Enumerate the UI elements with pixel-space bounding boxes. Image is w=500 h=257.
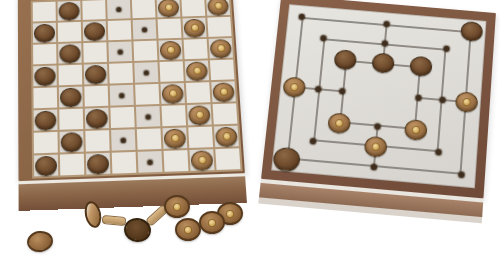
checkers-square-r8c5[interactable] <box>138 151 163 173</box>
checkers-light-peg[interactable] <box>186 61 208 81</box>
peg-pin <box>164 3 172 11</box>
checkers-square-r6c5[interactable] <box>136 106 160 127</box>
checkers-square-r5c5 <box>135 84 159 105</box>
checkers-square-r4c5[interactable] <box>134 62 158 83</box>
peg-hole[interactable] <box>145 114 150 119</box>
peg-hole[interactable] <box>147 159 152 164</box>
checkers-square-r1c4[interactable] <box>107 0 130 19</box>
checkers-square-r4c7[interactable] <box>185 60 209 81</box>
checkers-square-r1c3 <box>82 0 105 20</box>
peg-pin <box>173 203 181 211</box>
checkers-square-r1c7 <box>181 0 205 17</box>
checkers-square-r5c8[interactable] <box>211 81 236 102</box>
checkers-square-r5c3 <box>84 86 108 107</box>
peg-hole[interactable] <box>118 49 123 54</box>
checkers-square-r4c4 <box>109 63 133 84</box>
checkers-square-r2c3[interactable] <box>83 21 107 41</box>
checkers-dark-peg[interactable] <box>59 1 80 20</box>
checkers-square-r8c7[interactable] <box>189 149 214 171</box>
checkers-board <box>18 0 247 211</box>
morris-light-peg-c3[interactable] <box>327 112 351 134</box>
checkers-light-peg[interactable] <box>158 0 180 17</box>
checkers-square-r7c5 <box>137 128 162 149</box>
peg-pin <box>193 67 202 75</box>
checkers-dark-peg[interactable] <box>61 132 83 152</box>
checkers-square-r3c3 <box>83 42 107 62</box>
peg-pin <box>184 226 192 234</box>
morris-point-e4[interactable] <box>415 95 422 101</box>
peg-pin <box>198 156 207 165</box>
checkers-light-peg[interactable] <box>160 40 182 59</box>
checkers-square-r5c6[interactable] <box>161 83 185 104</box>
peg-pin <box>208 219 216 227</box>
checkers-square-r5c1 <box>33 87 57 108</box>
checkers-square-r4c1[interactable] <box>33 66 57 87</box>
checkers-square-r1c1 <box>33 2 56 22</box>
peg-pin <box>290 83 299 92</box>
checkers-square-r2c5[interactable] <box>133 19 157 39</box>
morris-light-peg-d2[interactable] <box>364 136 388 158</box>
morris-point-f2[interactable] <box>435 149 442 156</box>
loose-standing-peg-pinned[interactable] <box>175 218 201 241</box>
checkers-square-r2c1[interactable] <box>33 23 56 43</box>
morris-point-d6[interactable] <box>382 40 388 46</box>
checkers-square-r6c6 <box>162 105 187 126</box>
peg-hole[interactable] <box>116 7 121 12</box>
peg-hole[interactable] <box>119 93 124 98</box>
checkers-dark-peg[interactable] <box>59 44 81 63</box>
peg-pin <box>335 119 344 128</box>
morris-dark-peg-a1[interactable] <box>272 147 301 173</box>
morris-point-g1[interactable] <box>458 172 465 179</box>
peg-pin <box>166 46 174 54</box>
checkers-square-r6c1[interactable] <box>34 110 58 131</box>
morris-surface <box>271 4 486 188</box>
checkers-square-r8c2 <box>60 154 84 176</box>
peg-pin <box>462 98 471 107</box>
checkers-square-r5c2[interactable] <box>59 87 83 108</box>
peg-pin <box>195 111 204 119</box>
checkers-square-r4c6 <box>160 61 184 82</box>
checkers-square-r7c2[interactable] <box>60 131 84 152</box>
checkers-light-peg[interactable] <box>188 105 211 125</box>
checkers-square-r2c2 <box>58 22 81 42</box>
morris-point-b6[interactable] <box>320 35 327 41</box>
peg-pin <box>216 44 225 52</box>
checkers-square-r3c1 <box>33 44 56 64</box>
morris-light-peg-a4[interactable] <box>282 76 306 98</box>
morris-frame <box>261 0 496 198</box>
checkers-dark-peg[interactable] <box>86 108 108 128</box>
checkers-grid <box>31 0 243 179</box>
peg-pin <box>222 132 231 141</box>
morris-dark-peg-e5[interactable] <box>409 56 433 78</box>
checkers-square-r3c8[interactable] <box>209 38 233 58</box>
morris-point-d3[interactable] <box>374 123 381 130</box>
checkers-square-r3c7 <box>184 39 208 59</box>
checkers-square-r7c6[interactable] <box>163 127 188 148</box>
checkers-square-r5c7 <box>186 82 211 103</box>
morris-point-d1[interactable] <box>371 164 378 171</box>
peg-pin <box>412 125 421 134</box>
checkers-light-peg[interactable] <box>190 150 213 171</box>
checkers-square-r8c1[interactable] <box>34 155 58 177</box>
morris-light-peg-g4[interactable] <box>455 91 479 113</box>
checkers-square-r7c8[interactable] <box>214 126 239 147</box>
morris-point-d7[interactable] <box>383 21 389 27</box>
checkers-dark-peg[interactable] <box>34 23 55 42</box>
peg-hole[interactable] <box>121 137 126 142</box>
checkers-square-r3c2[interactable] <box>58 43 82 63</box>
checkers-dark-peg[interactable] <box>35 110 57 130</box>
peg-hole[interactable] <box>144 70 149 75</box>
checkers-light-peg[interactable] <box>164 128 187 148</box>
loose-standing-peg-pinned[interactable] <box>164 195 190 218</box>
checkers-square-r6c8 <box>213 103 238 124</box>
checkers-square-r7c4[interactable] <box>111 129 135 150</box>
loose-peg-stem <box>102 215 127 226</box>
morris-point-b2[interactable] <box>310 138 317 145</box>
checkers-square-r6c7[interactable] <box>187 104 212 125</box>
morris-point-a7[interactable] <box>299 13 306 19</box>
checkers-square-r5c4[interactable] <box>110 85 134 106</box>
checkers-square-r6c4 <box>110 107 134 128</box>
checkers-square-r3c5 <box>133 41 157 61</box>
checkers-square-r2c6 <box>158 19 182 39</box>
morris-point-c4[interactable] <box>339 88 346 94</box>
morris-point-f6[interactable] <box>443 46 449 52</box>
checkers-square-r2c4 <box>108 20 132 40</box>
morris-board <box>258 0 496 223</box>
checkers-light-peg[interactable] <box>162 84 184 104</box>
loose-pieces <box>18 190 253 257</box>
peg-pin <box>214 2 222 10</box>
checkers-square-r7c1 <box>34 132 58 153</box>
checkers-square-r6c2 <box>59 109 83 130</box>
photo-scene <box>0 0 500 257</box>
checkers-dark-peg[interactable] <box>35 155 57 176</box>
morris-dark-peg-d5[interactable] <box>371 52 395 73</box>
checkers-dark-peg[interactable] <box>60 87 82 107</box>
peg-pin <box>190 24 198 32</box>
checkers-square-r8c3[interactable] <box>86 153 110 175</box>
morris-point-f4[interactable] <box>439 97 445 103</box>
checkers-frame <box>18 0 245 181</box>
checkers-light-peg[interactable] <box>212 82 235 102</box>
checkers-light-peg[interactable] <box>183 18 205 37</box>
checkers-dark-peg[interactable] <box>84 22 105 41</box>
checkers-dark-peg[interactable] <box>87 153 109 174</box>
peg-pin <box>371 142 380 151</box>
checkers-square-r4c8 <box>210 60 235 81</box>
checkers-dark-peg[interactable] <box>85 64 107 84</box>
checkers-square-r4c3[interactable] <box>84 64 108 85</box>
morris-point-b4[interactable] <box>315 86 322 92</box>
checkers-square-r1c8[interactable] <box>206 0 230 16</box>
checkers-square-r6c3[interactable] <box>85 108 109 129</box>
checkers-light-peg[interactable] <box>207 0 229 15</box>
checkers-square-r2c8 <box>207 17 231 37</box>
peg-pin <box>168 89 177 97</box>
peg-hole[interactable] <box>142 27 147 32</box>
checkers-square-r2c7[interactable] <box>182 18 206 38</box>
checkers-square-r1c2[interactable] <box>58 1 81 21</box>
checkers-square-r1c6[interactable] <box>157 0 181 17</box>
loose-standing-peg-pinned[interactable] <box>199 211 225 234</box>
peg-pin <box>219 88 228 96</box>
checkers-square-r8c8 <box>215 148 240 170</box>
loose-flat-disc[interactable] <box>26 229 55 253</box>
checkers-square-r3c4[interactable] <box>108 41 132 61</box>
peg-pin <box>171 134 180 143</box>
checkers-light-peg[interactable] <box>215 126 238 146</box>
checkers-dark-peg[interactable] <box>34 66 56 86</box>
peg-pin <box>226 210 234 218</box>
checkers-light-peg[interactable] <box>210 39 232 58</box>
checkers-square-r4c2 <box>59 65 83 86</box>
checkers-square-r7c7 <box>188 127 213 148</box>
checkers-square-r1c5 <box>132 0 156 18</box>
morris-dark-peg-c5[interactable] <box>333 49 357 70</box>
checkers-square-r7c3 <box>85 130 109 151</box>
checkers-square-r8c4 <box>112 152 137 174</box>
loose-lying-peg-side[interactable] <box>82 200 103 230</box>
checkers-square-r8c6 <box>164 150 189 172</box>
checkers-square-r3c6[interactable] <box>159 40 183 60</box>
morris-dark-peg-g7[interactable] <box>460 21 483 42</box>
morris-light-peg-e3[interactable] <box>404 119 428 141</box>
